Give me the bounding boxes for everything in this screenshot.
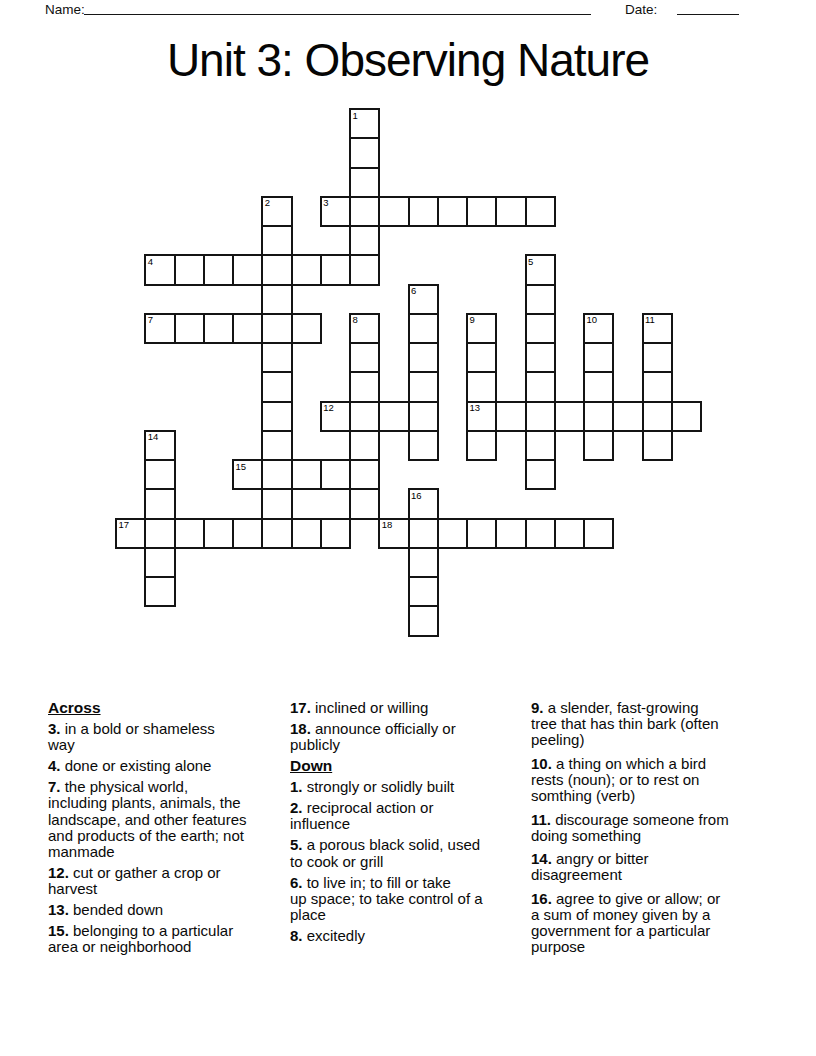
clue-2: 2. reciprocal action orinfluence xyxy=(290,800,536,832)
grid-cell-r13c8[interactable] xyxy=(349,488,380,519)
grid-cell-r5c3[interactable] xyxy=(203,254,234,285)
grid-cell-r10c13[interactable] xyxy=(495,401,526,432)
clue-15-line-2: area or neighborhood xyxy=(48,939,294,955)
cell-number-17: 17 xyxy=(119,520,130,530)
clue-11-line-2: doing something xyxy=(531,828,777,844)
grid-cell-r6c5[interactable] xyxy=(261,284,292,315)
clue-9: 9. a slender, fast-growingtree that has … xyxy=(531,700,777,749)
clue-7-line-5: manmade xyxy=(48,844,294,860)
cell-number-5: 5 xyxy=(528,257,533,267)
cell-number-6: 6 xyxy=(411,286,416,296)
clue-7-line-4: and products of the earth; not xyxy=(48,828,294,844)
cell-number-3: 3 xyxy=(323,198,328,208)
clue-13-line-1: 13. bended down xyxy=(48,902,294,918)
clue-9-line-3: peeling) xyxy=(531,732,777,748)
grid-cell-r3c10[interactable] xyxy=(408,196,439,227)
grid-cell-r5c2[interactable] xyxy=(174,254,205,285)
clue-6-line-3: place xyxy=(290,907,536,923)
clue-column-3: 9. a slender, fast-growingtree that has … xyxy=(531,700,777,963)
clue-16-line-4: purpose xyxy=(531,939,777,955)
grid-cell-r13c5[interactable] xyxy=(261,488,292,519)
clue-5-line-1: 5. a porous black solid, used xyxy=(290,837,536,853)
grid-cell-r10c10[interactable] xyxy=(408,401,439,432)
clue-number: 6. xyxy=(290,874,303,891)
grid-cell-r9c5[interactable] xyxy=(261,371,292,402)
grid-cell-r5c6[interactable] xyxy=(291,254,322,285)
clue-9-line-2: tree that has thin bark (often xyxy=(531,716,777,732)
name-input-line[interactable] xyxy=(84,14,591,15)
clue-number: 9. xyxy=(531,699,544,716)
cell-number-7: 7 xyxy=(148,315,153,325)
clue-3-line-1: 3. in a bold or shameless xyxy=(48,721,294,737)
clue-number: 17. xyxy=(290,699,311,716)
grid-cell-r8c5[interactable] xyxy=(261,342,292,373)
cell-number-16: 16 xyxy=(411,491,422,501)
clue-column-1: Across3. in a bold or shamelessway4. don… xyxy=(48,700,294,960)
grid-cell-r10c5[interactable] xyxy=(261,401,292,432)
clue-11: 11. discourage someone fromdoing somethi… xyxy=(531,812,777,844)
grid-cell-r3c8[interactable] xyxy=(349,196,380,227)
grid-cell-r14c6[interactable] xyxy=(291,518,322,549)
cell-number-11: 11 xyxy=(645,315,655,325)
grid-cell-r9c16[interactable] xyxy=(583,371,614,402)
grid-cell-r5c4[interactable] xyxy=(232,254,263,285)
grid-cell-r2c8[interactable] xyxy=(349,167,380,198)
grid-cell-r10c9[interactable] xyxy=(378,401,409,432)
grid-cell-r11c16[interactable] xyxy=(583,430,614,461)
clue-3-line-2: way xyxy=(48,737,294,753)
grid-cell-r12c8[interactable] xyxy=(349,459,380,490)
grid-cell-r4c8[interactable] xyxy=(349,225,380,256)
grid-cell-r9c18[interactable] xyxy=(642,371,673,402)
clue-2-line-1: 2. reciprocal action or xyxy=(290,800,536,816)
grid-cell-r14c10[interactable] xyxy=(408,518,439,549)
clue-1: 1. strongly or solidly built xyxy=(290,779,536,795)
clue-number: 11. xyxy=(531,811,551,828)
grid-cell-r14c5[interactable] xyxy=(261,518,292,549)
grid-cell-r11c14[interactable] xyxy=(525,430,556,461)
grid-cell-r12c14[interactable] xyxy=(525,459,556,490)
cell-number-8: 8 xyxy=(353,315,358,325)
grid-cell-r10c17[interactable] xyxy=(612,401,643,432)
clue-17: 17. inclined or willing xyxy=(290,700,536,716)
clue-4: 4. done or existing alone xyxy=(48,758,294,774)
clue-number: 12. xyxy=(48,864,69,881)
cell-number-9: 9 xyxy=(470,315,475,325)
grid-cell-r14c14[interactable] xyxy=(525,518,556,549)
grid-cell-r3c9[interactable] xyxy=(378,196,409,227)
clue-18: 18. announce officially orpublicly xyxy=(290,721,536,753)
grid-cell-r9c14[interactable] xyxy=(525,371,556,402)
grid-cell-r7c5[interactable] xyxy=(261,313,292,344)
clue-number: 3. xyxy=(48,720,61,737)
clue-18-line-2: publicly xyxy=(290,737,536,753)
clue-column-2: 17. inclined or willing18. announce offi… xyxy=(290,700,536,949)
clue-16: 16. agree to give or allow; ora sum of m… xyxy=(531,891,777,956)
clue-16-line-1: 16. agree to give or allow; or xyxy=(531,891,777,907)
clue-9-line-1: 9. a slender, fast-growing xyxy=(531,700,777,716)
grid-cell-r7c10[interactable] xyxy=(408,313,439,344)
clue-14-line-2: disagreement xyxy=(531,867,777,883)
grid-cell-r14c12[interactable] xyxy=(466,518,497,549)
grid-cell-r10c18[interactable] xyxy=(642,401,673,432)
clue-1-line-1: 1. strongly or solidly built xyxy=(290,779,536,795)
clue-number: 7. xyxy=(48,778,61,795)
grid-cell-r12c1[interactable] xyxy=(144,459,175,490)
grid-cell-r6c14[interactable] xyxy=(525,284,556,315)
clue-5: 5. a porous black solid, usedto cook or … xyxy=(290,837,536,869)
cell-number-14: 14 xyxy=(148,432,159,442)
grid-cell-r8c14[interactable] xyxy=(525,342,556,373)
grid-cell-r14c7[interactable] xyxy=(320,518,351,549)
clue-11-line-1: 11. discourage someone from xyxy=(531,812,777,828)
grid-cell-r8c18[interactable] xyxy=(642,342,673,373)
clue-number: 2. xyxy=(290,799,303,816)
clue-5-line-2: to cook or grill xyxy=(290,854,536,870)
clue-number: 13. xyxy=(48,901,69,918)
grid-cell-r3c12[interactable] xyxy=(466,196,497,227)
grid-cell-r15c10[interactable] xyxy=(408,547,439,578)
grid-cell-r14c16[interactable] xyxy=(583,518,614,549)
clue-4-line-1: 4. done or existing alone xyxy=(48,758,294,774)
across-heading: Across xyxy=(48,700,294,716)
clue-number: 18. xyxy=(290,720,311,737)
grid-cell-r7c14[interactable] xyxy=(525,313,556,344)
grid-cell-r11c18[interactable] xyxy=(642,430,673,461)
grid-cell-r8c8[interactable] xyxy=(349,342,380,373)
grid-cell-r9c8[interactable] xyxy=(349,371,380,402)
clue-15: 15. belonging to a particulararea or nei… xyxy=(48,923,294,955)
grid-cell-r8c16[interactable] xyxy=(583,342,614,373)
clue-16-line-3: government for a particular xyxy=(531,923,777,939)
grid-cell-r4c5[interactable] xyxy=(261,225,292,256)
cell-number-18: 18 xyxy=(382,520,393,530)
clue-6: 6. to live in; to fill or takeup space; … xyxy=(290,875,536,924)
grid-cell-r7c4[interactable] xyxy=(232,313,263,344)
grid-cell-r5c8[interactable] xyxy=(349,254,380,285)
grid-cell-r12c5[interactable] xyxy=(261,459,292,490)
grid-cell-r7c6[interactable] xyxy=(291,313,322,344)
cell-number-15: 15 xyxy=(236,462,247,472)
grid-cell-r10c16[interactable] xyxy=(583,401,614,432)
cell-number-1: 1 xyxy=(353,111,358,121)
grid-cell-r1c8[interactable] xyxy=(349,137,380,168)
down-heading: Down xyxy=(290,758,536,774)
clue-3: 3. in a bold or shamelessway xyxy=(48,721,294,753)
grid-cell-r14c3[interactable] xyxy=(203,518,234,549)
grid-cell-r16c10[interactable] xyxy=(408,576,439,607)
clue-number: 1. xyxy=(290,778,303,795)
grid-cell-r14c2[interactable] xyxy=(174,518,205,549)
clue-number: 14. xyxy=(531,850,552,867)
grid-cell-r7c3[interactable] xyxy=(203,313,234,344)
grid-cell-r12c6[interactable] xyxy=(291,459,322,490)
grid-cell-r14c13[interactable] xyxy=(495,518,526,549)
clue-number: 5. xyxy=(290,836,303,853)
grid-cell-r3c14[interactable] xyxy=(525,196,556,227)
clue-15-line-1: 15. belonging to a particular xyxy=(48,923,294,939)
clue-13: 13. bended down xyxy=(48,902,294,918)
cell-number-10: 10 xyxy=(587,315,598,325)
crossword-worksheet-page: { "game": "crossword", "title": "Unit 3:… xyxy=(0,0,816,1056)
cell-number-12: 12 xyxy=(323,403,334,413)
grid-cell-r9c10[interactable] xyxy=(408,371,439,402)
grid-cell-r10c8[interactable] xyxy=(349,401,380,432)
grid-cell-r3c11[interactable] xyxy=(437,196,468,227)
date-label: Date: xyxy=(625,3,657,17)
clue-number: 4. xyxy=(48,757,61,774)
grid-cell-r11c8[interactable] xyxy=(349,430,380,461)
grid-cell-r10c14[interactable] xyxy=(525,401,556,432)
grid-cell-r10c15[interactable] xyxy=(554,401,585,432)
grid-cell-r14c15[interactable] xyxy=(554,518,585,549)
clue-number: 15. xyxy=(48,922,69,939)
grid-cell-r11c5[interactable] xyxy=(261,430,292,461)
grid-cell-r3c13[interactable] xyxy=(495,196,526,227)
crossword-grid: 123456789101112131415161718 xyxy=(115,108,703,638)
grid-cell-r5c7[interactable] xyxy=(320,254,351,285)
clue-8-line-1: 8. excitedly xyxy=(290,928,536,944)
clue-2-line-2: influence xyxy=(290,816,536,832)
date-input-line[interactable] xyxy=(677,14,739,15)
clue-10-line-3: somthing (verb) xyxy=(531,788,777,804)
grid-cell-r10c19[interactable] xyxy=(671,401,702,432)
cell-number-13: 13 xyxy=(470,403,481,413)
clue-7-line-1: 7. the physical world, xyxy=(48,779,294,795)
clue-10-line-2: rests (noun); or to rest on xyxy=(531,772,777,788)
clue-7: 7. the physical world,including plants, … xyxy=(48,779,294,860)
clue-8: 8. excitedly xyxy=(290,928,536,944)
name-label: Name: xyxy=(45,3,85,17)
clue-14: 14. angry or bitterdisagreement xyxy=(531,851,777,883)
clue-10: 10. a thing on which a birdrests (noun);… xyxy=(531,756,777,805)
grid-cell-r7c2[interactable] xyxy=(174,313,205,344)
clue-6-line-1: 6. to live in; to fill or take xyxy=(290,875,536,891)
clue-12-line-1: 12. cut or gather a crop or xyxy=(48,865,294,881)
grid-cell-r8c10[interactable] xyxy=(408,342,439,373)
clue-10-line-1: 10. a thing on which a bird xyxy=(531,756,777,772)
grid-cell-r11c10[interactable] xyxy=(408,430,439,461)
clue-6-line-2: up space; to take control of a xyxy=(290,891,536,907)
clue-7-line-3: landscape, and other features xyxy=(48,812,294,828)
clue-number: 10. xyxy=(531,755,552,772)
grid-cell-r14c4[interactable] xyxy=(232,518,263,549)
grid-cell-r15c1[interactable] xyxy=(144,547,175,578)
clue-16-line-2: a sum of money given by a xyxy=(531,907,777,923)
clue-12: 12. cut or gather a crop orharvest xyxy=(48,865,294,897)
grid-cell-r14c11[interactable] xyxy=(437,518,468,549)
clue-number: 16. xyxy=(531,890,552,907)
grid-cell-r14c1[interactable] xyxy=(144,518,175,549)
grid-cell-r16c1[interactable] xyxy=(144,576,175,607)
grid-cell-r17c10[interactable] xyxy=(408,605,439,636)
grid-cell-r12c7[interactable] xyxy=(320,459,351,490)
clue-7-line-2: including plants, animals, the xyxy=(48,795,294,811)
page-title: Unit 3: Observing Nature xyxy=(0,34,816,86)
cell-number-4: 4 xyxy=(148,257,153,267)
grid-cell-r5c5[interactable] xyxy=(261,254,292,285)
grid-cell-r9c12[interactable] xyxy=(466,371,497,402)
clue-number: 8. xyxy=(290,927,303,944)
clue-14-line-1: 14. angry or bitter xyxy=(531,851,777,867)
grid-cell-r13c1[interactable] xyxy=(144,488,175,519)
cell-number-2: 2 xyxy=(265,198,270,208)
grid-cell-r8c12[interactable] xyxy=(466,342,497,373)
clue-18-line-1: 18. announce officially or xyxy=(290,721,536,737)
grid-cell-r11c12[interactable] xyxy=(466,430,497,461)
clue-12-line-2: harvest xyxy=(48,881,294,897)
clue-17-line-1: 17. inclined or willing xyxy=(290,700,536,716)
